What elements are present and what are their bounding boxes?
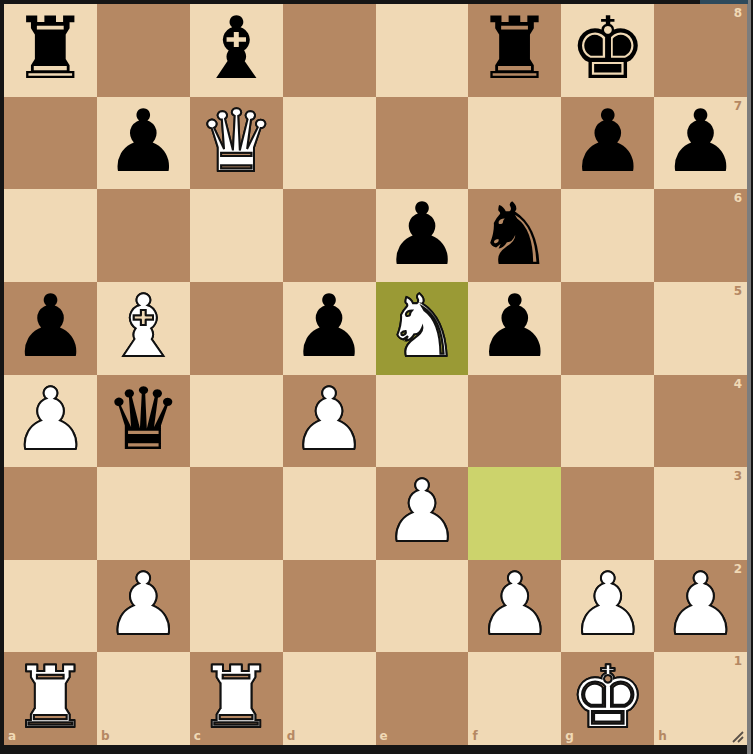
white-pawn[interactable]: ♟ [105,561,182,647]
square-a1[interactable]: ♜a [4,652,97,745]
square-a5[interactable]: ♟ [4,282,97,375]
rank-label-6: 6 [734,192,742,204]
square-h7[interactable]: ♟7 [654,97,747,190]
white-rook[interactable]: ♜ [12,654,89,740]
square-e6[interactable]: ♟ [376,189,469,282]
square-a7[interactable] [4,97,97,190]
square-f6[interactable]: ♞ [468,189,561,282]
square-f5[interactable]: ♟ [468,282,561,375]
black-rook[interactable]: ♜ [12,5,89,91]
square-c1[interactable]: ♜c [190,652,283,745]
square-b4[interactable]: ♛ [97,375,190,468]
window-edge-strip [747,0,751,754]
square-a3[interactable] [4,467,97,560]
file-label-f: f [472,730,477,742]
square-a6[interactable] [4,189,97,282]
square-a4[interactable]: ♟ [4,375,97,468]
square-g1[interactable]: ♚g [561,652,654,745]
rank-label-1: 1 [734,655,742,667]
rank-label-7: 7 [734,100,742,112]
square-d7[interactable] [283,97,376,190]
black-knight[interactable]: ♞ [476,191,553,277]
black-pawn[interactable]: ♟ [291,283,368,369]
square-d4[interactable]: ♟ [283,375,376,468]
square-a8[interactable]: ♜ [4,4,97,97]
file-label-e: e [380,730,388,742]
square-c2[interactable] [190,560,283,653]
black-pawn[interactable]: ♟ [383,191,460,277]
square-f4[interactable] [468,375,561,468]
square-g8[interactable]: ♚ [561,4,654,97]
square-e8[interactable] [376,4,469,97]
file-label-g: g [565,730,574,742]
square-e2[interactable] [376,560,469,653]
white-pawn[interactable]: ♟ [662,561,739,647]
black-bishop[interactable]: ♝ [198,5,275,91]
square-c7[interactable]: ♛ [190,97,283,190]
square-b3[interactable] [97,467,190,560]
black-pawn[interactable]: ♟ [105,98,182,184]
rank-label-5: 5 [734,285,742,297]
square-d1[interactable]: d [283,652,376,745]
square-h8[interactable]: 8 [654,4,747,97]
square-g7[interactable]: ♟ [561,97,654,190]
square-c6[interactable] [190,189,283,282]
square-d3[interactable] [283,467,376,560]
black-queen[interactable]: ♛ [105,376,182,462]
app-frame: ♜♝♜♚8♟♛♟♟7♟♞6♟♝♟♞♟5♟♛♟4♟3♟♟♟♟2♜ab♜cdef♚g… [0,0,753,754]
square-g4[interactable] [561,375,654,468]
square-f3[interactable] [468,467,561,560]
file-label-a: a [8,730,16,742]
white-rook[interactable]: ♜ [198,654,275,740]
square-e7[interactable] [376,97,469,190]
window-top-accent [700,0,748,4]
white-knight[interactable]: ♞ [383,283,460,369]
black-pawn[interactable]: ♟ [476,283,553,369]
square-c8[interactable]: ♝ [190,4,283,97]
black-pawn[interactable]: ♟ [662,98,739,184]
square-b6[interactable] [97,189,190,282]
square-e1[interactable]: e [376,652,469,745]
square-h1[interactable]: 1h [654,652,747,745]
square-d2[interactable] [283,560,376,653]
square-e3[interactable]: ♟ [376,467,469,560]
black-king[interactable]: ♚ [569,5,646,91]
square-e4[interactable] [376,375,469,468]
rank-label-3: 3 [734,470,742,482]
square-h6[interactable]: 6 [654,189,747,282]
black-pawn[interactable]: ♟ [569,98,646,184]
file-label-h: h [658,730,667,742]
square-h3[interactable]: 3 [654,467,747,560]
black-pawn[interactable]: ♟ [12,283,89,369]
square-b8[interactable] [97,4,190,97]
rank-label-4: 4 [734,378,742,390]
square-h5[interactable]: 5 [654,282,747,375]
square-d6[interactable] [283,189,376,282]
white-pawn[interactable]: ♟ [569,561,646,647]
chess-board[interactable]: ♜♝♜♚8♟♛♟♟7♟♞6♟♝♟♞♟5♟♛♟4♟3♟♟♟♟2♜ab♜cdef♚g… [4,4,747,745]
square-a2[interactable] [4,560,97,653]
square-g6[interactable] [561,189,654,282]
white-pawn[interactable]: ♟ [383,468,460,554]
square-c4[interactable] [190,375,283,468]
square-c5[interactable] [190,282,283,375]
square-b7[interactable]: ♟ [97,97,190,190]
white-pawn[interactable]: ♟ [476,561,553,647]
square-e5[interactable]: ♞ [376,282,469,375]
rank-label-2: 2 [734,563,742,575]
white-king[interactable]: ♚ [569,654,646,740]
square-g5[interactable] [561,282,654,375]
square-h4[interactable]: 4 [654,375,747,468]
white-pawn[interactable]: ♟ [12,376,89,462]
square-h2[interactable]: ♟2 [654,560,747,653]
file-label-b: b [101,730,110,742]
white-pawn[interactable]: ♟ [291,376,368,462]
square-f2[interactable]: ♟ [468,560,561,653]
board-resize-handle[interactable] [730,728,744,742]
square-b1[interactable]: b [97,652,190,745]
square-g3[interactable] [561,467,654,560]
square-b5[interactable]: ♝ [97,282,190,375]
square-f8[interactable]: ♜ [468,4,561,97]
black-rook[interactable]: ♜ [476,5,553,91]
square-c3[interactable] [190,467,283,560]
rank-label-8: 8 [734,7,742,19]
square-d8[interactable] [283,4,376,97]
white-queen[interactable]: ♛ [198,98,275,184]
white-bishop[interactable]: ♝ [105,283,182,369]
square-f7[interactable] [468,97,561,190]
square-f1[interactable]: f [468,652,561,745]
square-b2[interactable]: ♟ [97,560,190,653]
file-label-d: d [287,730,296,742]
square-d5[interactable]: ♟ [283,282,376,375]
file-label-c: c [194,730,201,742]
square-g2[interactable]: ♟ [561,560,654,653]
